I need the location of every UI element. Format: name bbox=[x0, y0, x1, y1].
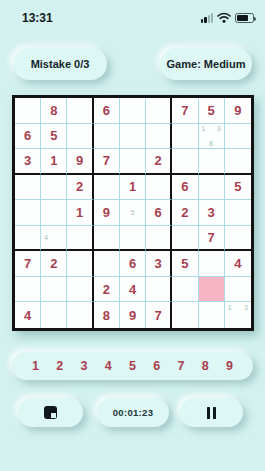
cell-r2c3[interactable] bbox=[67, 124, 93, 150]
cell-r5c1[interactable] bbox=[15, 200, 41, 226]
cell-r8c4[interactable]: 2 bbox=[94, 277, 120, 303]
cell-r7c8[interactable] bbox=[199, 251, 225, 277]
cell-r7c3[interactable] bbox=[67, 251, 93, 277]
cell-r3c3[interactable]: 9 bbox=[67, 149, 93, 175]
status-time: 13:31 bbox=[22, 11, 53, 25]
cell-r7c5[interactable]: 6 bbox=[120, 251, 146, 277]
cell-r4c8[interactable] bbox=[199, 175, 225, 201]
cell-r4c4[interactable] bbox=[94, 175, 120, 201]
cell-r1c7[interactable]: 7 bbox=[172, 98, 198, 124]
cell-r1c2[interactable]: 8 bbox=[41, 98, 67, 124]
numpad-digit-1[interactable]: 1 bbox=[32, 359, 39, 373]
timer-display: 00:01:23 bbox=[97, 398, 169, 427]
cell-r3c6[interactable]: 2 bbox=[146, 149, 172, 175]
cell-r5c3[interactable]: 1 bbox=[67, 200, 93, 226]
pencil-marks: 13 bbox=[226, 303, 250, 327]
cell-r4c9[interactable]: 5 bbox=[225, 175, 251, 201]
cell-r3c9[interactable] bbox=[225, 149, 251, 175]
timer-value: 00:01:23 bbox=[113, 407, 153, 418]
cell-r3c8[interactable] bbox=[199, 149, 225, 175]
cell-r9c7[interactable] bbox=[172, 302, 198, 328]
cell-r4c5[interactable]: 1 bbox=[120, 175, 146, 201]
cell-r2c8[interactable]: 138 bbox=[199, 124, 225, 150]
cell-r4c2[interactable] bbox=[41, 175, 67, 201]
cell-r6c8[interactable]: 7 bbox=[199, 226, 225, 252]
mistake-counter-label: Mistake 0/3 bbox=[31, 58, 90, 70]
cell-r7c2[interactable]: 2 bbox=[41, 251, 67, 277]
cell-r9c1[interactable]: 4 bbox=[15, 302, 41, 328]
cell-r8c6[interactable] bbox=[146, 277, 172, 303]
cell-r7c4[interactable] bbox=[94, 251, 120, 277]
cell-r1c8[interactable]: 5 bbox=[199, 98, 225, 124]
cell-r9c5[interactable]: 9 bbox=[120, 302, 146, 328]
cell-r9c8[interactable] bbox=[199, 302, 225, 328]
pencil-marks: 4 bbox=[42, 227, 65, 249]
cell-r9c6[interactable]: 7 bbox=[146, 302, 172, 328]
eraser-icon bbox=[44, 406, 57, 419]
cell-r6c5[interactable] bbox=[120, 226, 146, 252]
numpad-digit-5[interactable]: 5 bbox=[129, 359, 136, 373]
cell-r5c8[interactable]: 3 bbox=[199, 200, 225, 226]
cell-r1c1[interactable] bbox=[15, 98, 41, 124]
cell-r8c2[interactable] bbox=[41, 277, 67, 303]
cell-r3c4[interactable]: 7 bbox=[94, 149, 120, 175]
cell-r1c3[interactable] bbox=[67, 98, 93, 124]
cell-r1c6[interactable] bbox=[146, 98, 172, 124]
mistake-counter-button[interactable]: Mistake 0/3 bbox=[13, 48, 107, 80]
cell-r1c4[interactable]: 6 bbox=[94, 98, 120, 124]
numpad-digit-3[interactable]: 3 bbox=[81, 359, 88, 373]
cell-r2c5[interactable] bbox=[120, 124, 146, 150]
cell-r8c5[interactable]: 4 bbox=[120, 277, 146, 303]
numpad-digit-2[interactable]: 2 bbox=[56, 359, 63, 373]
cell-r3c7[interactable] bbox=[172, 149, 198, 175]
cell-r6c1[interactable] bbox=[15, 226, 41, 252]
status-icons bbox=[201, 12, 254, 23]
cell-r2c6[interactable] bbox=[146, 124, 172, 150]
cell-r9c9[interactable]: 13 bbox=[225, 302, 251, 328]
sudoku-board: 8675965138319722165195623477263542448971… bbox=[12, 95, 254, 331]
cell-r7c7[interactable]: 5 bbox=[172, 251, 198, 277]
pencil-marks: 138 bbox=[200, 125, 223, 148]
cell-r4c7[interactable]: 6 bbox=[172, 175, 198, 201]
cell-r3c2[interactable]: 1 bbox=[41, 149, 67, 175]
pencil-marks: 5 bbox=[121, 201, 144, 224]
cell-r4c6[interactable] bbox=[146, 175, 172, 201]
game-difficulty-button[interactable]: Game: Medium bbox=[160, 48, 252, 80]
cell-r5c7[interactable]: 2 bbox=[172, 200, 198, 226]
cell-r4c1[interactable] bbox=[15, 175, 41, 201]
cell-r2c2[interactable]: 5 bbox=[41, 124, 67, 150]
status-bar: 13:31 bbox=[0, 8, 265, 28]
cell-r1c5[interactable] bbox=[120, 98, 146, 124]
cell-r3c5[interactable] bbox=[120, 149, 146, 175]
pause-button[interactable] bbox=[180, 398, 243, 427]
pause-icon bbox=[207, 407, 216, 419]
cell-r6c9[interactable] bbox=[225, 226, 251, 252]
cell-r8c9[interactable] bbox=[225, 277, 251, 303]
cell-r8c1[interactable] bbox=[15, 277, 41, 303]
eraser-button[interactable] bbox=[18, 398, 83, 427]
cell-r7c6[interactable]: 3 bbox=[146, 251, 172, 277]
cellular-signal-icon bbox=[201, 13, 213, 23]
cell-r2c9[interactable] bbox=[225, 124, 251, 150]
cell-r6c4[interactable] bbox=[94, 226, 120, 252]
number-pad: 123456789 bbox=[12, 352, 253, 380]
cell-r5c5[interactable]: 5 bbox=[120, 200, 146, 226]
battery-icon bbox=[235, 13, 254, 23]
cell-r5c6[interactable]: 6 bbox=[146, 200, 172, 226]
cell-r6c2[interactable]: 4 bbox=[41, 226, 67, 252]
cell-r2c1[interactable]: 6 bbox=[15, 124, 41, 150]
numpad-digit-6[interactable]: 6 bbox=[153, 359, 160, 373]
numpad-digit-7[interactable]: 7 bbox=[178, 359, 185, 373]
cell-r7c1[interactable]: 7 bbox=[15, 251, 41, 277]
cell-r3c1[interactable]: 3 bbox=[15, 149, 41, 175]
cell-r4c3[interactable]: 2 bbox=[67, 175, 93, 201]
numpad-digit-9[interactable]: 9 bbox=[226, 359, 233, 373]
cell-r6c6[interactable] bbox=[146, 226, 172, 252]
game-difficulty-label: Game: Medium bbox=[167, 58, 246, 70]
cell-r1c9[interactable]: 9 bbox=[225, 98, 251, 124]
cell-r2c7[interactable] bbox=[172, 124, 198, 150]
cell-r8c3[interactable] bbox=[67, 277, 93, 303]
cell-r6c3[interactable] bbox=[67, 226, 93, 252]
numpad-digit-4[interactable]: 4 bbox=[105, 359, 112, 373]
cell-r9c2[interactable] bbox=[41, 302, 67, 328]
cell-r6c7[interactable] bbox=[172, 226, 198, 252]
cell-r8c7[interactable] bbox=[172, 277, 198, 303]
cell-r5c2[interactable] bbox=[41, 200, 67, 226]
numpad-digit-8[interactable]: 8 bbox=[202, 359, 209, 373]
cell-r5c4[interactable]: 9 bbox=[94, 200, 120, 226]
cell-r9c4[interactable]: 8 bbox=[94, 302, 120, 328]
cell-r7c9[interactable]: 4 bbox=[225, 251, 251, 277]
wifi-icon bbox=[217, 12, 231, 23]
cell-r5c9[interactable] bbox=[225, 200, 251, 226]
cell-r2c4[interactable] bbox=[94, 124, 120, 150]
cell-r9c3[interactable] bbox=[67, 302, 93, 328]
cell-r8c8[interactable] bbox=[199, 277, 225, 303]
